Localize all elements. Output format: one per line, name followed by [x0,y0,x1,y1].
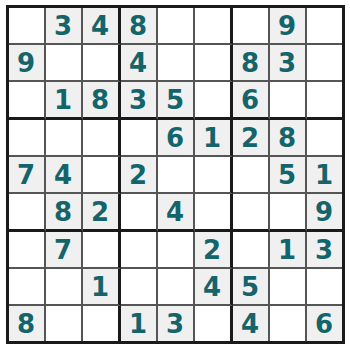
cell-r5c3[interactable] [83,157,121,194]
cell-r9c6[interactable] [195,306,233,341]
cell-r5c6[interactable] [195,157,233,194]
cell-r9c9: 6 [307,306,342,341]
cell-r7c8: 1 [270,232,307,269]
cell-r8c4[interactable] [121,269,158,306]
cell-r7c3[interactable] [83,232,121,269]
cell-r6c3: 2 [83,194,121,232]
cell-r8c8[interactable] [270,269,307,306]
sudoku-board: 34899483183566128742518249721314581346 [6,5,345,344]
cell-r8c3: 1 [83,269,121,306]
cell-r4c5: 6 [158,120,195,157]
cell-r2c1: 9 [9,45,46,82]
board-row-9: 81346 [9,306,342,341]
cell-r6c7[interactable] [233,194,270,232]
board-row-2: 9483 [9,45,342,82]
cell-r3c4: 3 [121,82,158,120]
cell-r7c5[interactable] [158,232,195,269]
cell-r7c9: 3 [307,232,342,269]
cell-r6c5: 4 [158,194,195,232]
cell-r2c7: 8 [233,45,270,82]
cell-r6c2: 8 [46,194,83,232]
cell-r9c5: 3 [158,306,195,341]
cell-r4c3[interactable] [83,120,121,157]
cell-r6c1[interactable] [9,194,46,232]
cell-r5c4: 2 [121,157,158,194]
board-row-7: 7213 [9,232,342,269]
cell-r1c2: 3 [46,8,83,45]
cell-r3c2: 1 [46,82,83,120]
cell-r1c9[interactable] [307,8,342,45]
cell-r4c4[interactable] [121,120,158,157]
cell-r9c8[interactable] [270,306,307,341]
board-row-1: 3489 [9,8,342,45]
cell-r3c3: 8 [83,82,121,120]
cell-r4c6: 1 [195,120,233,157]
cell-r3c9[interactable] [307,82,342,120]
cell-r8c6: 4 [195,269,233,306]
cell-r9c4: 1 [121,306,158,341]
cell-r3c7: 6 [233,82,270,120]
cell-r3c5: 5 [158,82,195,120]
cell-r8c9[interactable] [307,269,342,306]
cell-r8c1[interactable] [9,269,46,306]
cell-r1c6[interactable] [195,8,233,45]
cell-r2c4: 4 [121,45,158,82]
cell-r6c9: 9 [307,194,342,232]
cell-r7c6: 2 [195,232,233,269]
cell-r6c8[interactable] [270,194,307,232]
board-row-4: 6128 [9,120,342,157]
cell-r5c1: 7 [9,157,46,194]
cell-r8c5[interactable] [158,269,195,306]
cell-r1c7[interactable] [233,8,270,45]
cell-r1c1[interactable] [9,8,46,45]
cell-r8c2[interactable] [46,269,83,306]
board-row-3: 18356 [9,82,342,120]
page: 34899483183566128742518249721314581346 [0,0,350,350]
cell-r5c9: 1 [307,157,342,194]
cell-r6c4[interactable] [121,194,158,232]
cell-r2c9[interactable] [307,45,342,82]
cell-r2c2[interactable] [46,45,83,82]
cell-r7c2: 7 [46,232,83,269]
cell-r9c7: 4 [233,306,270,341]
board-row-8: 145 [9,269,342,306]
cell-r2c6[interactable] [195,45,233,82]
cell-r1c4: 8 [121,8,158,45]
cell-r4c2[interactable] [46,120,83,157]
cell-r6c6[interactable] [195,194,233,232]
cell-r2c3[interactable] [83,45,121,82]
cell-r5c8: 5 [270,157,307,194]
cell-r3c8[interactable] [270,82,307,120]
board-row-5: 74251 [9,157,342,194]
cell-r7c1[interactable] [9,232,46,269]
cell-r9c3[interactable] [83,306,121,341]
cell-r2c5[interactable] [158,45,195,82]
cell-r1c3: 4 [83,8,121,45]
cell-r9c2[interactable] [46,306,83,341]
cell-r4c8: 8 [270,120,307,157]
cell-r9c1: 8 [9,306,46,341]
cell-r7c4[interactable] [121,232,158,269]
cell-r4c7: 2 [233,120,270,157]
cell-r3c6[interactable] [195,82,233,120]
cell-r8c7: 5 [233,269,270,306]
cell-r3c1[interactable] [9,82,46,120]
cell-r7c7[interactable] [233,232,270,269]
cell-r1c5[interactable] [158,8,195,45]
cell-r5c7[interactable] [233,157,270,194]
cell-r4c1[interactable] [9,120,46,157]
cell-r5c5[interactable] [158,157,195,194]
cell-r2c8: 3 [270,45,307,82]
cell-r1c8: 9 [270,8,307,45]
cell-r5c2: 4 [46,157,83,194]
board-row-6: 8249 [9,194,342,232]
cell-r4c9[interactable] [307,120,342,157]
